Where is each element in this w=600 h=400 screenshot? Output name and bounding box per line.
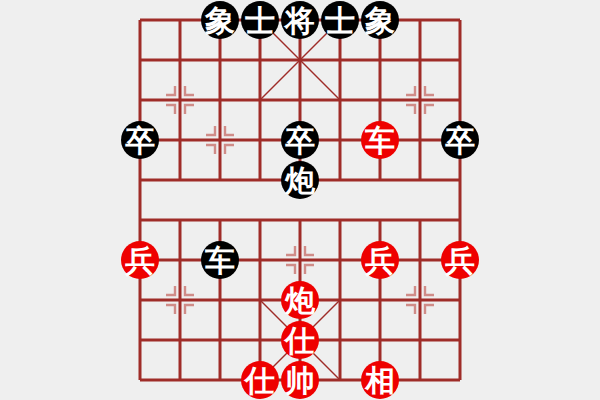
piece-red-cannon[interactable]: 炮: [281, 281, 319, 319]
board-point: 帅: [280, 360, 320, 400]
piece-black-cannon[interactable]: 炮: [281, 161, 319, 199]
piece-glyph: 象: [365, 6, 395, 36]
piece-black-soldier-e[interactable]: 卒: [281, 121, 319, 159]
piece-glyph: 炮: [285, 166, 315, 196]
piece-glyph: 仕: [285, 326, 315, 356]
piece-black-soldier-a[interactable]: 卒: [121, 121, 159, 159]
piece-red-soldier-i[interactable]: 兵: [441, 241, 479, 279]
piece-glyph: 将: [285, 6, 315, 36]
board-point: 兵: [360, 240, 400, 280]
piece-black-advisor-right[interactable]: 士: [321, 1, 359, 39]
piece-glyph: 兵: [445, 246, 475, 276]
board-point: 相: [360, 360, 400, 400]
board-point: 车: [200, 240, 240, 280]
piece-glyph: 车: [205, 246, 235, 276]
board-point: 象: [360, 0, 400, 40]
piece-glyph: 仕: [245, 366, 275, 396]
piece-glyph: 卒: [125, 126, 155, 156]
board-point: 兵: [120, 240, 160, 280]
piece-glyph: 士: [325, 6, 355, 36]
piece-black-elephant-left[interactable]: 象: [201, 1, 239, 39]
piece-glyph: 兵: [365, 246, 395, 276]
piece-red-soldier-g[interactable]: 兵: [361, 241, 399, 279]
piece-red-chariot[interactable]: 车: [361, 121, 399, 159]
piece-black-elephant-right[interactable]: 象: [361, 1, 399, 39]
piece-black-chariot[interactable]: 车: [201, 241, 239, 279]
piece-glyph: 象: [205, 6, 235, 36]
piece-red-advisor-left[interactable]: 仕: [241, 361, 279, 399]
board-point: 炮: [280, 160, 320, 200]
board-point: 卒: [280, 120, 320, 160]
board-point: 士: [320, 0, 360, 40]
piece-glyph: 士: [245, 6, 275, 36]
piece-glyph: 帅: [285, 366, 315, 396]
board-point: 兵: [440, 240, 480, 280]
board-point: 象: [200, 0, 240, 40]
piece-glyph: 炮: [285, 286, 315, 316]
piece-black-general[interactable]: 将: [281, 1, 319, 39]
piece-red-elephant[interactable]: 相: [361, 361, 399, 399]
piece-black-advisor-left[interactable]: 士: [241, 1, 279, 39]
piece-glyph: 卒: [285, 126, 315, 156]
piece-glyph: 车: [365, 126, 395, 156]
pieces-layer: 象士将士象卒卒车卒炮兵车兵兵炮仕仕帅相: [120, 0, 480, 400]
board-point: 士: [240, 0, 280, 40]
piece-red-general[interactable]: 帅: [281, 361, 319, 399]
piece-glyph: 兵: [125, 246, 155, 276]
xiangqi-board: 象士将士象卒卒车卒炮兵车兵兵炮仕仕帅相: [0, 0, 600, 400]
piece-red-soldier-a[interactable]: 兵: [121, 241, 159, 279]
board-point: 卒: [120, 120, 160, 160]
piece-glyph: 相: [365, 366, 395, 396]
piece-black-soldier-i[interactable]: 卒: [441, 121, 479, 159]
board-point: 仕: [240, 360, 280, 400]
board-point: 仕: [280, 320, 320, 360]
board-point: 将: [280, 0, 320, 40]
piece-glyph: 卒: [445, 126, 475, 156]
board-point: 车: [360, 120, 400, 160]
piece-red-advisor-center[interactable]: 仕: [281, 321, 319, 359]
board-point: 炮: [280, 280, 320, 320]
board-point: 卒: [440, 120, 480, 160]
